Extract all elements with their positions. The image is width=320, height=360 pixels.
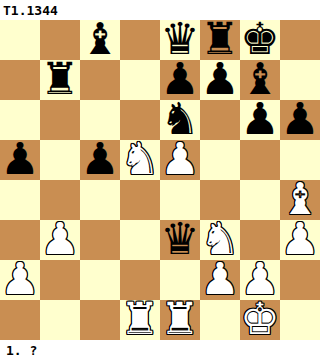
square-h8[interactable] bbox=[280, 20, 320, 60]
square-b4[interactable] bbox=[40, 180, 80, 220]
white-rook: ♜ bbox=[160, 299, 199, 339]
square-c8[interactable]: ♝ bbox=[80, 20, 120, 60]
square-d8[interactable] bbox=[120, 20, 160, 60]
chess-puzzle-window: T1.1344 ♝♛♜♚♜♟♟♝♞♟♟♟♟♞♟♝♟♛♞♟♟♟♟♜♜♚ 1. ? bbox=[0, 0, 320, 360]
square-e4[interactable] bbox=[160, 180, 200, 220]
square-d7[interactable] bbox=[120, 60, 160, 100]
black-pawn: ♟ bbox=[240, 99, 279, 139]
square-e3[interactable]: ♛ bbox=[160, 220, 200, 260]
square-e5[interactable]: ♟ bbox=[160, 140, 200, 180]
white-pawn: ♟ bbox=[160, 139, 199, 179]
square-e6[interactable]: ♞ bbox=[160, 100, 200, 140]
square-f4[interactable] bbox=[200, 180, 240, 220]
square-f6[interactable] bbox=[200, 100, 240, 140]
move-prompt: 1. ? bbox=[6, 343, 37, 358]
black-bishop: ♝ bbox=[80, 19, 119, 59]
white-pawn: ♟ bbox=[280, 219, 319, 259]
square-f5[interactable] bbox=[200, 140, 240, 180]
square-g5[interactable] bbox=[240, 140, 280, 180]
square-b8[interactable] bbox=[40, 20, 80, 60]
square-e7[interactable]: ♟ bbox=[160, 60, 200, 100]
black-pawn: ♟ bbox=[80, 139, 119, 179]
square-g2[interactable]: ♟ bbox=[240, 260, 280, 300]
square-c5[interactable]: ♟ bbox=[80, 140, 120, 180]
white-pawn: ♟ bbox=[0, 259, 39, 299]
square-f3[interactable]: ♞ bbox=[200, 220, 240, 260]
square-h6[interactable]: ♟ bbox=[280, 100, 320, 140]
square-f7[interactable]: ♟ bbox=[200, 60, 240, 100]
black-knight: ♞ bbox=[160, 99, 199, 139]
square-c7[interactable] bbox=[80, 60, 120, 100]
black-bishop: ♝ bbox=[240, 59, 279, 99]
square-a6[interactable] bbox=[0, 100, 40, 140]
square-h2[interactable] bbox=[280, 260, 320, 300]
black-queen: ♛ bbox=[160, 219, 199, 259]
square-a1[interactable] bbox=[0, 300, 40, 340]
white-pawn: ♟ bbox=[200, 259, 239, 299]
square-h5[interactable] bbox=[280, 140, 320, 180]
title-bar: T1.1344 bbox=[0, 0, 320, 20]
square-a4[interactable] bbox=[0, 180, 40, 220]
square-g8[interactable]: ♚ bbox=[240, 20, 280, 60]
square-g6[interactable]: ♟ bbox=[240, 100, 280, 140]
square-d4[interactable] bbox=[120, 180, 160, 220]
white-king: ♚ bbox=[240, 299, 279, 339]
black-king: ♚ bbox=[240, 19, 279, 59]
square-h4[interactable]: ♝ bbox=[280, 180, 320, 220]
white-knight: ♞ bbox=[120, 139, 159, 179]
square-a5[interactable]: ♟ bbox=[0, 140, 40, 180]
square-e2[interactable] bbox=[160, 260, 200, 300]
square-c4[interactable] bbox=[80, 180, 120, 220]
square-g7[interactable]: ♝ bbox=[240, 60, 280, 100]
square-c3[interactable] bbox=[80, 220, 120, 260]
square-b5[interactable] bbox=[40, 140, 80, 180]
square-a2[interactable]: ♟ bbox=[0, 260, 40, 300]
puzzle-id: T1.1344 bbox=[3, 3, 58, 18]
square-f1[interactable] bbox=[200, 300, 240, 340]
square-h7[interactable] bbox=[280, 60, 320, 100]
status-bar: 1. ? bbox=[0, 340, 320, 360]
white-rook: ♜ bbox=[120, 299, 159, 339]
square-b7[interactable]: ♜ bbox=[40, 60, 80, 100]
black-pawn: ♟ bbox=[0, 139, 39, 179]
square-g3[interactable] bbox=[240, 220, 280, 260]
square-b1[interactable] bbox=[40, 300, 80, 340]
square-b6[interactable] bbox=[40, 100, 80, 140]
square-d1[interactable]: ♜ bbox=[120, 300, 160, 340]
square-a7[interactable] bbox=[0, 60, 40, 100]
square-a3[interactable] bbox=[0, 220, 40, 260]
black-pawn: ♟ bbox=[200, 59, 239, 99]
square-f8[interactable]: ♜ bbox=[200, 20, 240, 60]
square-d5[interactable]: ♞ bbox=[120, 140, 160, 180]
chess-board: ♝♛♜♚♜♟♟♝♞♟♟♟♟♞♟♝♟♛♞♟♟♟♟♜♜♚ bbox=[0, 20, 320, 340]
black-rook: ♜ bbox=[40, 59, 79, 99]
black-pawn: ♟ bbox=[160, 59, 199, 99]
square-d3[interactable] bbox=[120, 220, 160, 260]
square-h1[interactable] bbox=[280, 300, 320, 340]
square-e8[interactable]: ♛ bbox=[160, 20, 200, 60]
black-pawn: ♟ bbox=[280, 99, 319, 139]
white-pawn: ♟ bbox=[40, 219, 79, 259]
square-d6[interactable] bbox=[120, 100, 160, 140]
square-g1[interactable]: ♚ bbox=[240, 300, 280, 340]
black-queen: ♛ bbox=[160, 19, 199, 59]
square-c2[interactable] bbox=[80, 260, 120, 300]
black-rook: ♜ bbox=[200, 19, 239, 59]
square-b3[interactable]: ♟ bbox=[40, 220, 80, 260]
square-c1[interactable] bbox=[80, 300, 120, 340]
square-h3[interactable]: ♟ bbox=[280, 220, 320, 260]
white-knight: ♞ bbox=[200, 219, 239, 259]
square-c6[interactable] bbox=[80, 100, 120, 140]
square-g4[interactable] bbox=[240, 180, 280, 220]
white-pawn: ♟ bbox=[240, 259, 279, 299]
square-b2[interactable] bbox=[40, 260, 80, 300]
white-bishop: ♝ bbox=[280, 179, 319, 219]
square-a8[interactable] bbox=[0, 20, 40, 60]
square-e1[interactable]: ♜ bbox=[160, 300, 200, 340]
square-f2[interactable]: ♟ bbox=[200, 260, 240, 300]
square-d2[interactable] bbox=[120, 260, 160, 300]
